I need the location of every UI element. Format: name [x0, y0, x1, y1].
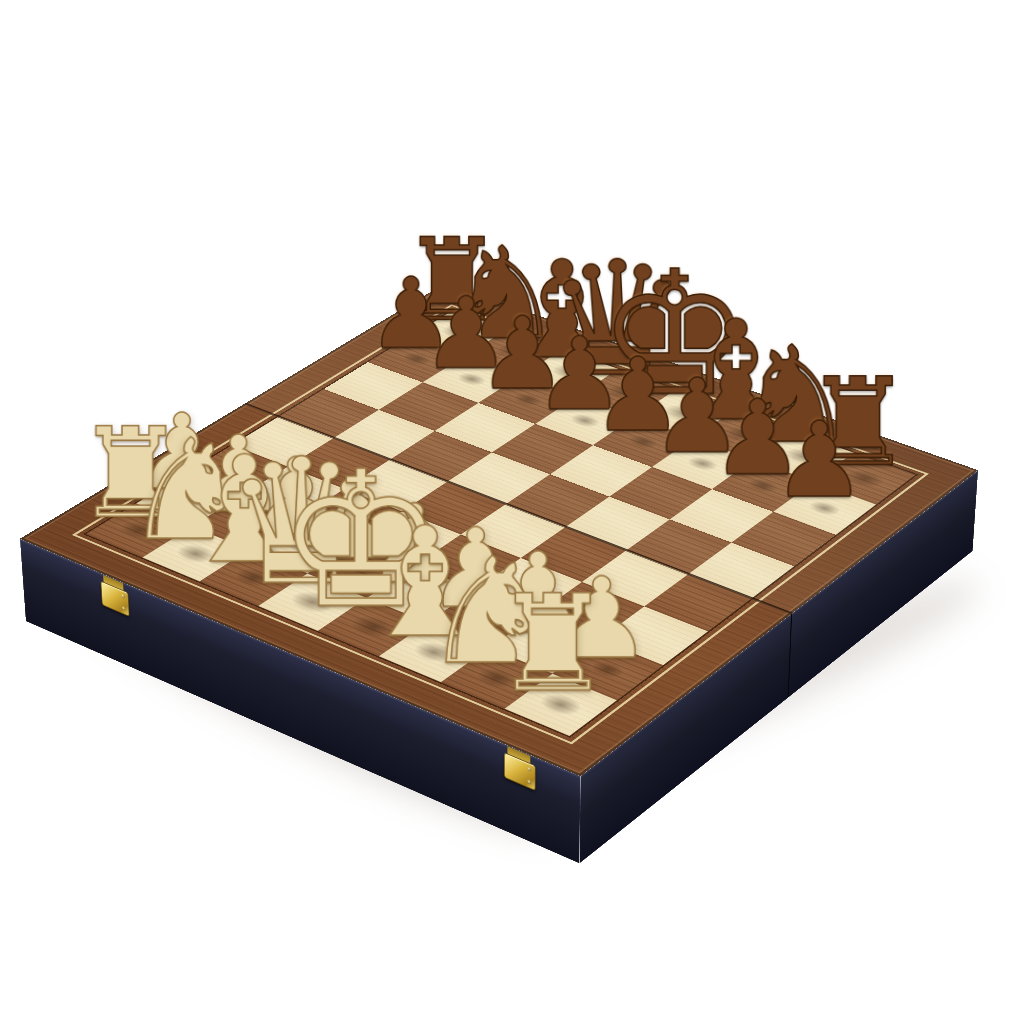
clasp-body — [100, 581, 129, 617]
white-rook-glyph: ♜ — [455, 578, 651, 711]
product-photo-scene: ♜♞♝♛♚♝♞♜♟♟♟♟♟♟♟♟♟♟♟♟♟♟♟♟♜♞♝♛♚♝♞♜ — [0, 0, 1024, 1024]
square-h1: ♜ — [505, 674, 617, 736]
black-pawn-glyph: ♟ — [729, 408, 910, 512]
board-top-face: ♜♞♝♛♚♝♞♜♟♟♟♟♟♟♟♟♟♟♟♟♟♟♟♟♜♞♝♛♚♝♞♜ — [20, 283, 978, 776]
box-halves-seam — [788, 613, 793, 698]
clasp-body — [504, 752, 536, 791]
chess-box-assembly: ♜♞♝♛♚♝♞♜♟♟♟♟♟♟♟♟♟♟♟♟♟♟♟♟♜♞♝♛♚♝♞♜ — [20, 283, 978, 776]
